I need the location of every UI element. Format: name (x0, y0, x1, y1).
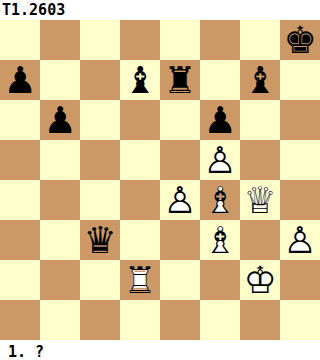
square-e7[interactable]: ♜ (160, 60, 200, 100)
black-piece-glyph: ♝ (240, 60, 280, 100)
white-bishop-f3[interactable]: ♝♗ (200, 220, 240, 260)
chess-diagram-page: T1.2603 ♚♟♝♜♝♟♟♟♙♟♙♝♗♛♕♛♝♗♟♙♜♖♚♔ 1. ? (0, 0, 320, 360)
puzzle-title: T1.2603 (0, 0, 320, 20)
black-piece-glyph: ♝ (120, 60, 160, 100)
square-c6[interactable] (80, 100, 120, 140)
square-a3[interactable] (0, 220, 40, 260)
square-d5[interactable] (120, 140, 160, 180)
square-f6[interactable]: ♟ (200, 100, 240, 140)
square-c3[interactable]: ♛ (80, 220, 120, 260)
square-e8[interactable] (160, 20, 200, 60)
square-a4[interactable] (0, 180, 40, 220)
white-piece-outline: ♖ (120, 260, 160, 300)
square-f2[interactable] (200, 260, 240, 300)
square-a6[interactable] (0, 100, 40, 140)
square-g4[interactable]: ♛♕ (240, 180, 280, 220)
square-b8[interactable] (40, 20, 80, 60)
square-b6[interactable]: ♟ (40, 100, 80, 140)
square-f3[interactable]: ♝♗ (200, 220, 240, 260)
black-piece-glyph: ♚ (280, 20, 320, 60)
square-c7[interactable] (80, 60, 120, 100)
white-pawn-f5[interactable]: ♟♙ (200, 140, 240, 180)
square-g1[interactable] (240, 300, 280, 340)
square-e3[interactable] (160, 220, 200, 260)
square-g3[interactable] (240, 220, 280, 260)
square-e2[interactable] (160, 260, 200, 300)
square-a5[interactable] (0, 140, 40, 180)
square-f7[interactable] (200, 60, 240, 100)
square-g6[interactable] (240, 100, 280, 140)
black-rook-e7[interactable]: ♜ (160, 60, 200, 100)
black-bishop-g7[interactable]: ♝ (240, 60, 280, 100)
square-f8[interactable] (200, 20, 240, 60)
square-d2[interactable]: ♜♖ (120, 260, 160, 300)
white-king-g2[interactable]: ♚♔ (240, 260, 280, 300)
square-g8[interactable] (240, 20, 280, 60)
move-prompt: 1. ? (0, 340, 320, 360)
square-d1[interactable] (120, 300, 160, 340)
square-f4[interactable]: ♝♗ (200, 180, 240, 220)
square-h6[interactable] (280, 100, 320, 140)
black-pawn-b6[interactable]: ♟ (40, 100, 80, 140)
square-h3[interactable]: ♟♙ (280, 220, 320, 260)
square-b5[interactable] (40, 140, 80, 180)
black-queen-c3[interactable]: ♛ (80, 220, 120, 260)
white-pawn-e4[interactable]: ♟♙ (160, 180, 200, 220)
square-b3[interactable] (40, 220, 80, 260)
black-piece-glyph: ♟ (40, 100, 80, 140)
square-e1[interactable] (160, 300, 200, 340)
square-h1[interactable] (280, 300, 320, 340)
white-piece-outline: ♙ (280, 220, 320, 260)
square-h8[interactable]: ♚ (280, 20, 320, 60)
black-pawn-a7[interactable]: ♟ (0, 60, 40, 100)
black-bishop-d7[interactable]: ♝ (120, 60, 160, 100)
white-pawn-h3[interactable]: ♟♙ (280, 220, 320, 260)
square-h4[interactable] (280, 180, 320, 220)
square-c8[interactable] (80, 20, 120, 60)
black-pawn-f6[interactable]: ♟ (200, 100, 240, 140)
square-b7[interactable] (40, 60, 80, 100)
square-g7[interactable]: ♝ (240, 60, 280, 100)
square-a7[interactable]: ♟ (0, 60, 40, 100)
square-b4[interactable] (40, 180, 80, 220)
white-bishop-f4[interactable]: ♝♗ (200, 180, 240, 220)
square-a2[interactable] (0, 260, 40, 300)
square-e4[interactable]: ♟♙ (160, 180, 200, 220)
square-h5[interactable] (280, 140, 320, 180)
square-c4[interactable] (80, 180, 120, 220)
square-e6[interactable] (160, 100, 200, 140)
square-b1[interactable] (40, 300, 80, 340)
white-piece-outline: ♙ (200, 140, 240, 180)
white-piece-outline: ♕ (240, 180, 280, 220)
square-d8[interactable] (120, 20, 160, 60)
black-king-h8[interactable]: ♚ (280, 20, 320, 60)
black-piece-glyph: ♛ (80, 220, 120, 260)
square-a8[interactable] (0, 20, 40, 60)
black-piece-glyph: ♟ (200, 100, 240, 140)
white-queen-g4[interactable]: ♛♕ (240, 180, 280, 220)
square-h7[interactable] (280, 60, 320, 100)
square-h2[interactable] (280, 260, 320, 300)
white-rook-d2[interactable]: ♜♖ (120, 260, 160, 300)
square-f1[interactable] (200, 300, 240, 340)
square-d4[interactable] (120, 180, 160, 220)
chess-board: ♚♟♝♜♝♟♟♟♙♟♙♝♗♛♕♛♝♗♟♙♜♖♚♔ (0, 20, 320, 340)
square-c5[interactable] (80, 140, 120, 180)
square-g5[interactable] (240, 140, 280, 180)
white-piece-outline: ♗ (200, 220, 240, 260)
square-g2[interactable]: ♚♔ (240, 260, 280, 300)
square-d7[interactable]: ♝ (120, 60, 160, 100)
square-a1[interactable] (0, 300, 40, 340)
white-piece-outline: ♙ (160, 180, 200, 220)
square-d6[interactable] (120, 100, 160, 140)
white-piece-outline: ♔ (240, 260, 280, 300)
square-c1[interactable] (80, 300, 120, 340)
black-piece-glyph: ♟ (0, 60, 40, 100)
white-piece-outline: ♗ (200, 180, 240, 220)
square-c2[interactable] (80, 260, 120, 300)
square-d3[interactable] (120, 220, 160, 260)
square-e5[interactable] (160, 140, 200, 180)
black-piece-glyph: ♜ (160, 60, 200, 100)
square-f5[interactable]: ♟♙ (200, 140, 240, 180)
square-b2[interactable] (40, 260, 80, 300)
